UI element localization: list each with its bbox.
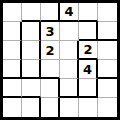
cell-r1c5[interactable] [79,3,98,22]
cell-r4c4[interactable] [60,60,79,79]
cell-r2c1[interactable] [3,22,22,41]
cell-r4c6[interactable] [98,60,117,79]
cell-r2c6[interactable] [98,22,117,41]
cell-r5c2[interactable] [22,79,41,98]
cell-r5c4[interactable] [60,79,79,98]
cell-r6c6[interactable] [98,98,117,117]
cell-r2c5[interactable] [79,22,98,41]
cell-r6c5[interactable] [79,98,98,117]
cell-r5c3[interactable] [41,79,60,98]
cell-r5c6[interactable] [98,79,117,98]
cell-r1c6[interactable] [98,3,117,22]
cell-r1c1[interactable] [3,3,22,22]
cell-r3c1[interactable] [3,41,22,60]
cell-r6c4[interactable] [60,98,79,117]
cell-r5c1[interactable] [3,79,22,98]
cell-r4c2[interactable] [22,60,41,79]
cell-r3c2[interactable] [22,41,41,60]
puzzle-board: 43224 [0,0,120,120]
cell-r2c4[interactable] [60,22,79,41]
cell-r2c3-given: 3 [41,22,60,41]
cell-r4c3[interactable] [41,60,60,79]
cell-r3c4[interactable] [60,41,79,60]
cell-r4c1[interactable] [3,60,22,79]
cell-r1c2[interactable] [22,3,41,22]
cell-r3c3-given: 2 [41,41,60,60]
cell-r6c3[interactable] [41,98,60,117]
cell-r2c2[interactable] [22,22,41,41]
cell-r1c4-given: 4 [60,3,79,22]
cell-r3c5-given: 2 [79,41,98,60]
cell-r6c1[interactable] [3,98,22,117]
cell-r6c2[interactable] [22,98,41,117]
cell-r1c3[interactable] [41,3,60,22]
cell-r3c6[interactable] [98,41,117,60]
cell-r5c5[interactable] [79,79,98,98]
cell-r4c5-given: 4 [79,60,98,79]
